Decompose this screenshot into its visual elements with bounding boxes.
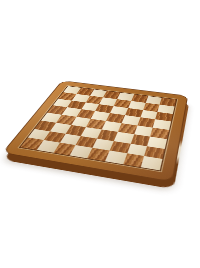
squares-grid: [19, 86, 177, 172]
product-photo: [0, 0, 200, 268]
square-h1: [141, 156, 162, 170]
chessboard: [2, 81, 188, 183]
